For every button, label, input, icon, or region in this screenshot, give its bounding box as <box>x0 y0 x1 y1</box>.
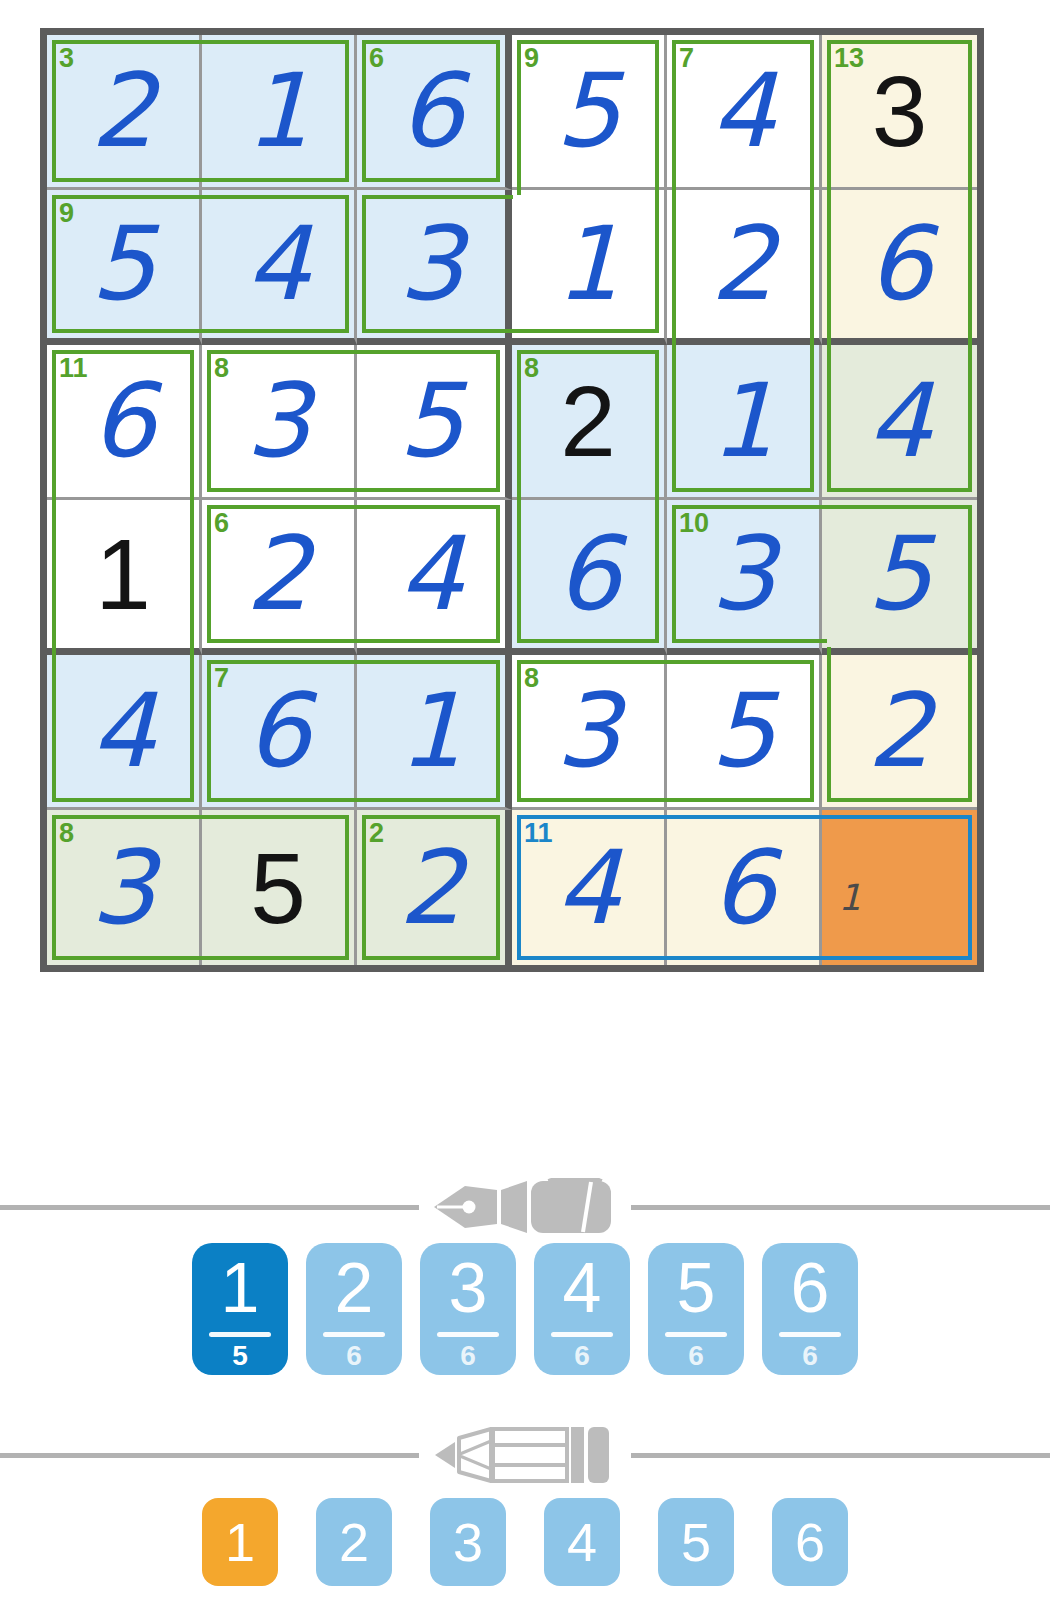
pen-digit-label: 2 <box>335 1253 374 1323</box>
cell-r5c2[interactable]: 67 <box>202 655 357 810</box>
cell-r3c4[interactable]: 28 <box>512 345 667 500</box>
pen-digit-label: 3 <box>449 1253 488 1323</box>
user-digit: 6 <box>512 500 664 648</box>
pencil-digit-label: 1 <box>225 1511 255 1573</box>
cage-sum-label: 8 <box>214 353 229 384</box>
cell-r2c1[interactable]: 59 <box>47 190 202 345</box>
button-separator <box>779 1332 841 1337</box>
cage-sum-label: 11 <box>59 353 88 384</box>
user-digit: 3 <box>357 190 505 338</box>
cell-r2c5[interactable]: 2 <box>667 190 822 345</box>
cell-r3c3[interactable]: 5 <box>357 345 512 500</box>
cell-r1c3[interactable]: 66 <box>357 35 512 190</box>
cage-sum-label: 9 <box>59 198 74 229</box>
user-digit: 4 <box>202 190 354 338</box>
fountain-pen-icon <box>431 1178 619 1236</box>
cage-sum-label: 11 <box>524 818 553 849</box>
user-digit: 4 <box>357 500 505 648</box>
cell-r5c5[interactable]: 5 <box>667 655 822 810</box>
cell-r5c4[interactable]: 38 <box>512 655 667 810</box>
cage-sum-label: 8 <box>524 353 539 384</box>
button-separator <box>437 1332 499 1337</box>
cell-r5c3[interactable]: 1 <box>357 655 512 810</box>
cell-r4c4[interactable]: 6 <box>512 500 667 655</box>
pencil-digit-label: 5 <box>681 1511 711 1573</box>
cell-r5c1[interactable]: 4 <box>47 655 202 810</box>
pen-digit-4-button[interactable]: 4 6 <box>534 1243 630 1375</box>
pencil-digit-6-button[interactable]: 6 <box>772 1498 848 1586</box>
cell-r6c4[interactable]: 411 <box>512 810 667 965</box>
cell-r6c6[interactable]: 1 <box>822 810 977 965</box>
cell-r1c2[interactable]: 1 <box>202 35 357 190</box>
cell-r2c2[interactable]: 4 <box>202 190 357 345</box>
pencil-digit-label: 4 <box>567 1511 597 1573</box>
cell-r5c6[interactable]: 2 <box>822 655 977 810</box>
pen-digit-count: 6 <box>688 1342 704 1370</box>
cage-sum-label: 7 <box>214 663 229 694</box>
pencil-digit-2-button[interactable]: 2 <box>316 1498 392 1586</box>
cage-sum-label: 10 <box>679 508 709 539</box>
pen-number-bar: 1 5 2 6 3 6 4 6 5 6 6 6 <box>0 1243 1050 1375</box>
pen-digit-label: 6 <box>791 1253 830 1323</box>
pen-digit-count: 5 <box>232 1342 248 1370</box>
cage-sum-label: 8 <box>59 818 74 849</box>
cell-r3c1[interactable]: 611 <box>47 345 202 500</box>
button-separator <box>209 1332 271 1337</box>
cell-r4c1[interactable]: 1 <box>47 500 202 655</box>
cage-sum-label: 8 <box>524 663 539 694</box>
cell-r6c2[interactable]: 5 <box>202 810 357 965</box>
button-separator <box>551 1332 613 1337</box>
button-separator <box>323 1332 385 1337</box>
cell-r4c5[interactable]: 310 <box>667 500 822 655</box>
cell-r1c4[interactable]: 59 <box>512 35 667 190</box>
pen-digit-6-button[interactable]: 6 6 <box>762 1243 858 1375</box>
given-digit: 5 <box>202 810 354 965</box>
pen-digit-count: 6 <box>346 1342 362 1370</box>
user-digit: 6 <box>822 190 977 338</box>
pencil-digit-3-button[interactable]: 3 <box>430 1498 506 1586</box>
divider-line <box>631 1453 1050 1458</box>
cell-r4c6[interactable]: 5 <box>822 500 977 655</box>
button-separator <box>665 1332 727 1337</box>
pencil-number-bar: 1 2 3 4 5 6 <box>0 1498 1050 1586</box>
pen-digit-5-button[interactable]: 5 6 <box>648 1243 744 1375</box>
user-digit: 5 <box>357 345 505 497</box>
user-digit: 2 <box>822 655 977 807</box>
pen-digit-count: 6 <box>574 1342 590 1370</box>
cage-sum-label: 3 <box>59 43 74 74</box>
user-digit: 5 <box>822 500 977 648</box>
pen-digit-count: 6 <box>460 1342 476 1370</box>
user-digit: 5 <box>667 655 819 807</box>
cell-r1c5[interactable]: 47 <box>667 35 822 190</box>
given-digit: 1 <box>47 500 199 648</box>
cell-r2c3[interactable]: 3 <box>357 190 512 345</box>
cell-r1c1[interactable]: 23 <box>47 35 202 190</box>
cage-sum-label: 13 <box>834 43 864 74</box>
pencil-digit-label: 2 <box>339 1511 369 1573</box>
cell-r3c2[interactable]: 38 <box>202 345 357 500</box>
pen-digit-label: 1 <box>221 1253 260 1323</box>
pen-digit-1-button[interactable]: 1 5 <box>192 1243 288 1375</box>
cell-r6c5[interactable]: 6 <box>667 810 822 965</box>
cage-sum-label: 2 <box>369 818 384 849</box>
user-digit: 4 <box>47 655 199 807</box>
cell-r6c1[interactable]: 38 <box>47 810 202 965</box>
cell-r2c6[interactable]: 6 <box>822 190 977 345</box>
killer-sudoku-board: 2316659473135943126611385281412646310546… <box>40 28 984 972</box>
pencil-digit-4-button[interactable]: 4 <box>544 1498 620 1586</box>
cage-sum-label: 7 <box>679 43 694 74</box>
user-digit: 1 <box>667 345 819 497</box>
pencil-icon <box>431 1426 619 1484</box>
pencil-digit-label: 3 <box>453 1511 483 1573</box>
pen-digit-label: 5 <box>677 1253 716 1323</box>
pen-digit-count: 6 <box>802 1342 818 1370</box>
cell-r3c6[interactable]: 4 <box>822 345 977 500</box>
pen-digit-label: 4 <box>563 1253 602 1323</box>
cell-r4c3[interactable]: 4 <box>357 500 512 655</box>
user-digit: 4 <box>822 345 977 497</box>
user-digit: 1 <box>512 190 664 338</box>
divider-line <box>0 1205 419 1210</box>
divider-line <box>631 1205 1050 1210</box>
cage-sum-label: 6 <box>214 508 229 539</box>
pencil-digit-label: 6 <box>795 1511 825 1573</box>
cell-r4c2[interactable]: 26 <box>202 500 357 655</box>
pencil-section-divider <box>0 1426 1050 1484</box>
cell-r1c6[interactable]: 313 <box>822 35 977 190</box>
pen-digit-3-button[interactable]: 3 6 <box>420 1243 516 1375</box>
user-digit: 6 <box>667 810 819 965</box>
pen-section-divider <box>0 1178 1050 1236</box>
cell-r6c3[interactable]: 22 <box>357 810 512 965</box>
pencil-mark: 1 <box>838 876 861 917</box>
pen-digit-2-button[interactable]: 2 6 <box>306 1243 402 1375</box>
pencil-digit-1-button[interactable]: 1 <box>202 1498 278 1586</box>
user-digit: 1 <box>202 35 354 187</box>
user-digit: 2 <box>667 190 819 338</box>
user-digit: 1 <box>357 655 505 807</box>
cage-sum-label: 6 <box>369 43 384 74</box>
pencil-digit-5-button[interactable]: 5 <box>658 1498 734 1586</box>
cell-r2c4[interactable]: 1 <box>512 190 667 345</box>
cell-r3c5[interactable]: 1 <box>667 345 822 500</box>
divider-line <box>0 1453 419 1458</box>
cage-sum-label: 9 <box>524 43 539 74</box>
